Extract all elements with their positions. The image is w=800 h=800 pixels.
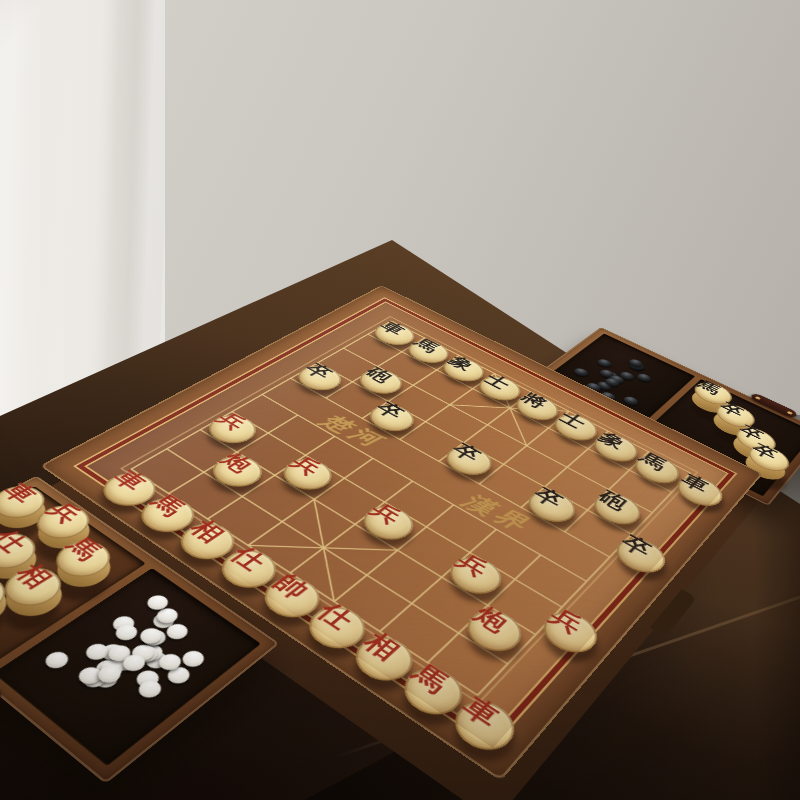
piece-black-cannon[interactable]: 砲 (586, 488, 648, 531)
piece-side-wood (345, 629, 424, 690)
piece-character: 相 (186, 517, 245, 556)
piece-side-wood (203, 450, 272, 493)
piece-red-soldier[interactable]: 兵 (441, 550, 511, 601)
piece-face: 炮 (457, 603, 531, 659)
piece-red-elephant[interactable]: 相 (0, 577, 73, 630)
piece-character: 兵 (546, 605, 606, 649)
piece-face: 帥 (254, 571, 331, 626)
piece-shadow (457, 612, 531, 670)
piece-side-wood (93, 467, 166, 512)
piece-character: 卒 (449, 441, 500, 472)
piece-black-soldier[interactable]: 卒 (361, 400, 422, 437)
piece-character: 兵 (213, 410, 265, 441)
piece-face: 馬 (131, 492, 205, 540)
piece-face: 兵 (274, 453, 341, 495)
piece-black-soldier[interactable]: 卒 (438, 441, 500, 481)
piece-face: 車 (93, 467, 166, 512)
piece-face: 車 (444, 693, 525, 760)
piece-side-wood (393, 660, 473, 724)
piece-red-elephant[interactable]: 相 (345, 629, 424, 690)
piece-side-wood (534, 605, 606, 661)
piece-face: 砲 (586, 488, 648, 531)
piece-character: 卒 (301, 361, 349, 388)
piece-side-wood (608, 532, 672, 579)
piece-red-soldier[interactable]: 兵 (534, 605, 606, 661)
piece-character: 帥 (269, 571, 330, 614)
piece-red-chariot[interactable]: 車 (444, 693, 525, 760)
piece-black-soldier[interactable]: 卒 (520, 485, 583, 528)
piece-character: 車 (377, 320, 422, 344)
piece-face: 仕 (298, 599, 376, 657)
piece-character: 卒 (373, 400, 423, 429)
piece-red-advisor[interactable]: 仕 (211, 543, 287, 595)
piece-side-wood (170, 517, 245, 567)
piece-character: 兵 (367, 500, 423, 536)
piece-shadow (535, 614, 607, 671)
piece-face: 仕 (211, 543, 287, 595)
piece-face: 馬 (393, 660, 473, 724)
piece-shadow (201, 457, 270, 500)
piece-face: 兵 (354, 500, 423, 546)
piece-face: 兵 (200, 410, 265, 449)
piece-black-cannon[interactable]: 砲 (352, 365, 410, 399)
piece-face: 相 (170, 517, 245, 567)
piece-red-cannon[interactable]: 炮 (203, 450, 272, 493)
piece-side-wood (254, 571, 331, 626)
piece-character: 炮 (470, 603, 531, 647)
piece-character: 卒 (618, 532, 673, 569)
piece-red-advisor[interactable]: 仕 (298, 599, 376, 657)
piece-red-soldier[interactable]: 兵 (354, 500, 423, 546)
piece-character: 象 (445, 354, 491, 380)
piece-character: 砲 (362, 365, 409, 392)
piece-character: 砲 (595, 488, 648, 522)
piece-red-cannon[interactable]: 炮 (457, 603, 531, 659)
piece-face: 卒 (520, 485, 583, 528)
piece-red-chariot[interactable]: 車 (93, 467, 166, 512)
piece-face: 炮 (203, 450, 272, 493)
piece-face: 砲 (352, 365, 410, 399)
piece-character: 馬 (147, 492, 205, 529)
piece-side-wood (444, 693, 525, 760)
piece-character: 相 (359, 629, 423, 676)
piece-character: 車 (109, 467, 166, 503)
piece-red-soldier[interactable]: 兵 (274, 453, 341, 495)
piece-side-wood (354, 500, 423, 546)
piece-side-wood (211, 543, 287, 595)
piece-face: 卒 (290, 361, 350, 395)
piece-black-soldier[interactable]: 卒 (608, 532, 672, 579)
piece-character: 車 (458, 693, 525, 745)
piece-face: 卒 (438, 441, 500, 481)
go-stone-black[interactable] (595, 358, 614, 369)
piece-black-soldier[interactable]: 卒 (290, 361, 350, 395)
piece-character: 兵 (453, 550, 511, 590)
go-stone-black[interactable] (635, 372, 654, 383)
piece-red-soldier[interactable]: 兵 (200, 410, 265, 449)
piece-character: 仕 (313, 599, 376, 644)
piece-face: 兵 (441, 550, 511, 601)
piece-character: 兵 (287, 453, 341, 486)
piece-side-wood (298, 599, 376, 657)
go-stone-black[interactable] (572, 367, 591, 378)
go-stone-white[interactable] (41, 649, 72, 672)
piece-red-elephant[interactable]: 相 (170, 517, 245, 567)
piece-red-horse[interactable]: 馬 (393, 660, 473, 724)
scene: 馬卒卒卒 車兵馬炮仕相仕兵 (0, 0, 800, 800)
piece-side-wood (441, 550, 511, 601)
river-label-han: 漢界 (455, 488, 536, 537)
piece-red-horse[interactable]: 馬 (131, 492, 205, 540)
piece-shadow (440, 558, 511, 610)
piece-shadow (609, 540, 674, 588)
piece-face: 相 (345, 629, 424, 690)
piece-side-wood (131, 492, 205, 540)
piece-red-general[interactable]: 帥 (254, 571, 331, 626)
piece-side-wood (457, 603, 531, 659)
piece-character: 卒 (530, 485, 583, 519)
piece-character: 仕 (227, 543, 287, 584)
piece-face: 兵 (534, 605, 606, 661)
piece-face: 卒 (608, 532, 672, 579)
piece-shadow (353, 507, 422, 554)
piece-character: 炮 (217, 450, 271, 484)
piece-character: 馬 (411, 337, 456, 362)
piece-character: 馬 (408, 660, 473, 710)
piece-shadow (272, 460, 340, 503)
piece-face: 卒 (361, 400, 422, 437)
